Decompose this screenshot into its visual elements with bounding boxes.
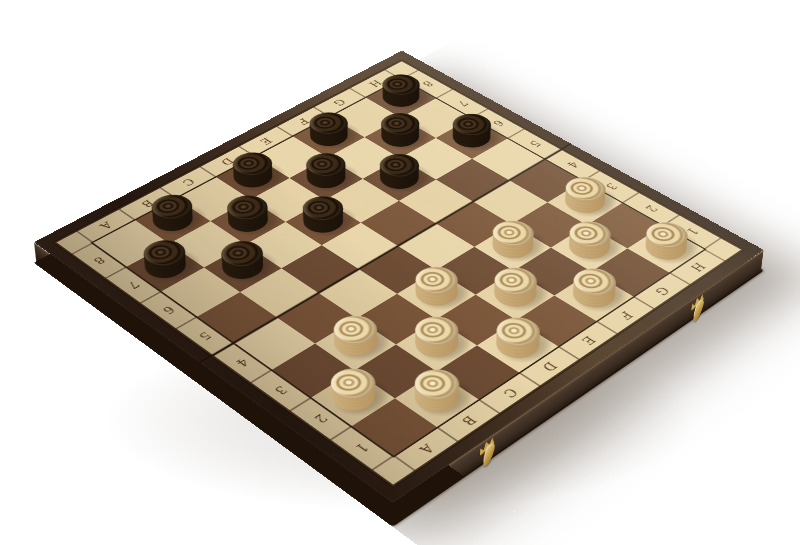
brass-clasp bbox=[688, 293, 708, 332]
coord-right-6-text: 6 bbox=[490, 119, 506, 128]
coord-far-e-text: E bbox=[257, 136, 274, 146]
checkers-board: AA88BB77CC66DD55EE44FF33GG22HH11 bbox=[34, 51, 764, 503]
coord-right-2-text: 2 bbox=[642, 204, 660, 214]
coord-right-8-text: 8 bbox=[419, 80, 435, 89]
fold-seam-side-cut bbox=[199, 362, 202, 384]
coord-right-7-text: 7 bbox=[454, 99, 470, 108]
coord-right-4-text: 4 bbox=[564, 160, 581, 170]
coord-far-h-text: H bbox=[366, 79, 384, 89]
coord-far-b-text: B bbox=[139, 198, 157, 209]
coord-far-c-text: C bbox=[179, 177, 197, 188]
coord-right-3-text: 3 bbox=[602, 182, 619, 192]
coord-far-a-text: A bbox=[97, 220, 115, 231]
coord-right-5-text: 5 bbox=[526, 139, 543, 148]
coord-far-d-text: D bbox=[218, 156, 236, 167]
brass-clasp bbox=[477, 436, 498, 478]
coord-far-g-text: G bbox=[331, 97, 348, 107]
board-top: AA88BB77CC66DD55EE44FF33GG22HH11 bbox=[34, 51, 764, 503]
scene: AA88BB77CC66DD55EE44FF33GG22HH11 bbox=[0, 0, 800, 545]
coord-far-f-text: F bbox=[295, 117, 312, 126]
